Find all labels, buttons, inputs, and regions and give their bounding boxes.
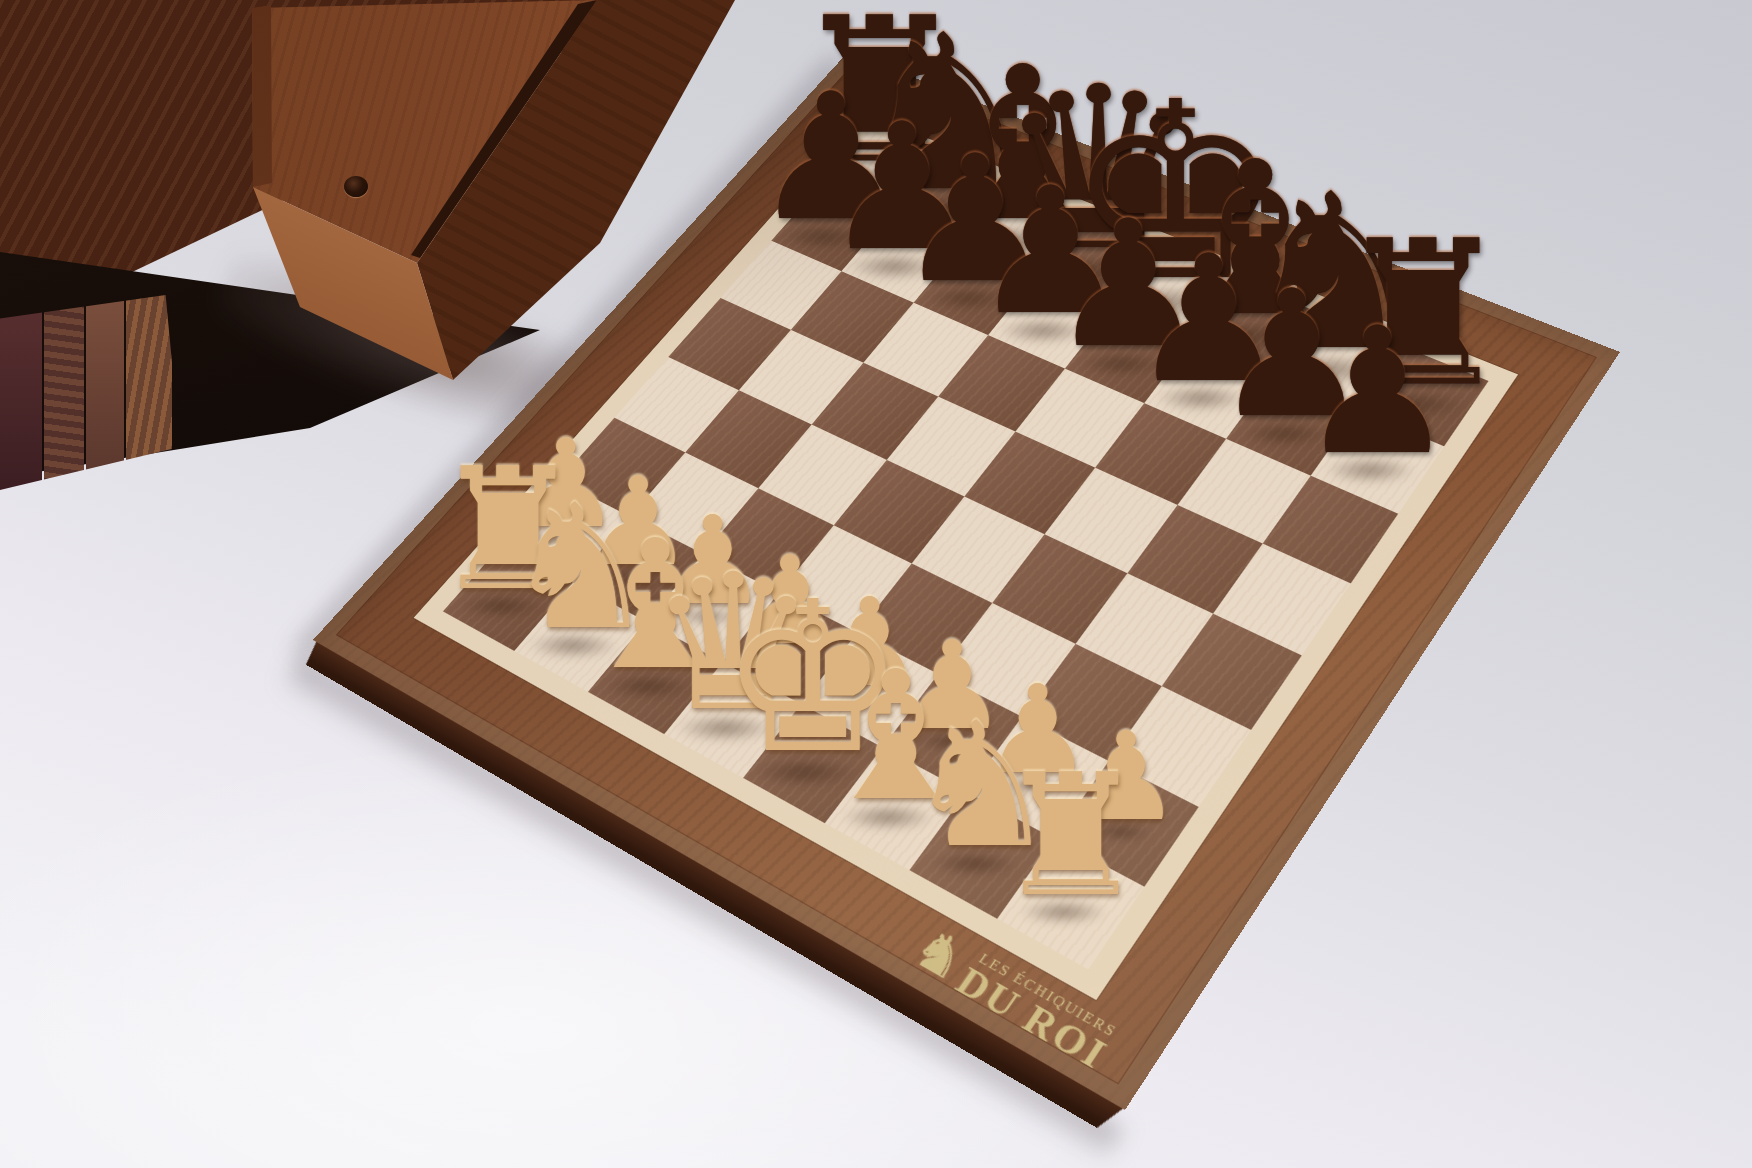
piece-white-rook-h1[interactable]: ♜ [995,752,1146,920]
finger-hole [344,176,368,197]
piece-black-pawn-h7[interactable]: ♟ [1299,304,1456,479]
scene: ♞ LES ÉCHIQUIERS DU ROI ♜♞♝♛♚♝♞♜♟♟♟♟♟♟♟♟… [0,0,1752,1168]
